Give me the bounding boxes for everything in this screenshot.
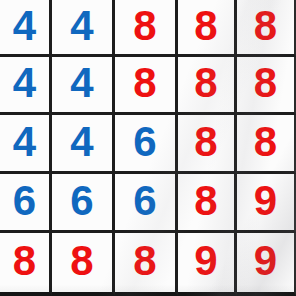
cell-r5c4[interactable]: 9 bbox=[178, 233, 237, 296]
cell-r1c3[interactable]: 8 bbox=[115, 0, 178, 57]
puzzle-board-wrap: 4488844888446886668988899 bbox=[0, 0, 296, 296]
number-grid-board: 4488844888446886668988899 bbox=[0, 0, 296, 296]
cell-r4c1[interactable]: 6 bbox=[0, 174, 52, 233]
cell-r2c5[interactable]: 8 bbox=[237, 57, 296, 115]
cell-r5c3[interactable]: 8 bbox=[115, 233, 178, 296]
cell-r5c2[interactable]: 8 bbox=[52, 233, 115, 296]
cell-r5c5[interactable]: 9 bbox=[237, 233, 296, 296]
cell-r1c2[interactable]: 4 bbox=[52, 0, 115, 57]
cell-r1c1[interactable]: 4 bbox=[0, 0, 52, 57]
cell-r4c4[interactable]: 8 bbox=[178, 174, 237, 233]
cell-r3c4[interactable]: 8 bbox=[178, 115, 237, 174]
cell-r1c4[interactable]: 8 bbox=[178, 0, 237, 57]
cell-r2c1[interactable]: 4 bbox=[0, 57, 52, 115]
cell-r4c2[interactable]: 6 bbox=[52, 174, 115, 233]
cell-r2c2[interactable]: 4 bbox=[52, 57, 115, 115]
cell-r3c3[interactable]: 6 bbox=[115, 115, 178, 174]
cell-r3c1[interactable]: 4 bbox=[0, 115, 52, 174]
cell-r4c3[interactable]: 6 bbox=[115, 174, 178, 233]
cell-r4c5[interactable]: 9 bbox=[237, 174, 296, 233]
cell-r1c5[interactable]: 8 bbox=[237, 0, 296, 57]
cell-r3c2[interactable]: 4 bbox=[52, 115, 115, 174]
cell-r3c5[interactable]: 8 bbox=[237, 115, 296, 174]
cell-r5c1[interactable]: 8 bbox=[0, 233, 52, 296]
cell-r2c4[interactable]: 8 bbox=[178, 57, 237, 115]
cell-r2c3[interactable]: 8 bbox=[115, 57, 178, 115]
